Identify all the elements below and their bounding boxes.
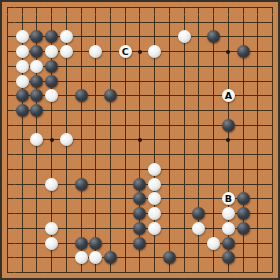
intersection-M4[interactable] xyxy=(162,221,177,236)
intersection-M6[interactable] xyxy=(162,192,177,207)
intersection-S14[interactable] xyxy=(251,74,266,89)
intersection-A14[interactable] xyxy=(0,74,15,89)
intersection-M10[interactable] xyxy=(162,133,177,148)
intersection-J7[interactable] xyxy=(118,177,133,192)
intersection-H4[interactable] xyxy=(103,221,118,236)
intersection-M9[interactable] xyxy=(162,147,177,162)
intersection-N6[interactable] xyxy=(177,192,192,207)
intersection-T5[interactable] xyxy=(265,206,280,221)
intersection-N19[interactable] xyxy=(177,0,192,15)
intersection-T2[interactable] xyxy=(265,251,280,266)
intersection-P5[interactable] xyxy=(206,206,221,221)
intersection-H13[interactable] xyxy=(103,88,118,103)
intersection-E2[interactable] xyxy=(59,251,74,266)
intersection-R2[interactable] xyxy=(236,251,251,266)
intersection-J9[interactable] xyxy=(118,147,133,162)
intersection-O2[interactable] xyxy=(192,251,207,266)
intersection-D2[interactable] xyxy=(44,251,59,266)
intersection-M3[interactable] xyxy=(162,236,177,251)
intersection-F5[interactable] xyxy=(74,206,89,221)
intersection-D12[interactable] xyxy=(44,103,59,118)
intersection-M1[interactable] xyxy=(162,265,177,280)
intersection-S18[interactable] xyxy=(251,15,266,30)
intersection-O19[interactable] xyxy=(192,0,207,15)
intersection-T18[interactable] xyxy=(265,15,280,30)
intersection-R10[interactable] xyxy=(236,133,251,148)
intersection-H7[interactable] xyxy=(103,177,118,192)
intersection-B11[interactable] xyxy=(15,118,30,133)
intersection-E7[interactable] xyxy=(59,177,74,192)
intersection-L3[interactable] xyxy=(147,236,162,251)
intersection-P10[interactable] xyxy=(206,133,221,148)
intersection-L5[interactable] xyxy=(147,206,162,221)
intersection-M7[interactable] xyxy=(162,177,177,192)
intersection-F19[interactable] xyxy=(74,0,89,15)
intersection-B18[interactable] xyxy=(15,15,30,30)
intersection-Q17[interactable] xyxy=(221,29,236,44)
intersection-E13[interactable] xyxy=(59,88,74,103)
intersection-Q3[interactable] xyxy=(221,236,236,251)
intersection-B3[interactable] xyxy=(15,236,30,251)
intersection-N7[interactable] xyxy=(177,177,192,192)
intersection-F10[interactable] xyxy=(74,133,89,148)
intersection-O5[interactable] xyxy=(192,206,207,221)
intersection-B15[interactable] xyxy=(15,59,30,74)
intersection-S2[interactable] xyxy=(251,251,266,266)
intersection-O10[interactable] xyxy=(192,133,207,148)
intersection-S6[interactable] xyxy=(251,192,266,207)
intersection-Q9[interactable] xyxy=(221,147,236,162)
intersection-S7[interactable] xyxy=(251,177,266,192)
intersection-G3[interactable] xyxy=(88,236,103,251)
intersection-J13[interactable] xyxy=(118,88,133,103)
intersection-R19[interactable] xyxy=(236,0,251,15)
intersection-F12[interactable] xyxy=(74,103,89,118)
intersection-F17[interactable] xyxy=(74,29,89,44)
intersection-N8[interactable] xyxy=(177,162,192,177)
intersection-A5[interactable] xyxy=(0,206,15,221)
intersection-F9[interactable] xyxy=(74,147,89,162)
intersection-R6[interactable] xyxy=(236,192,251,207)
intersection-C5[interactable] xyxy=(29,206,44,221)
intersection-G1[interactable] xyxy=(88,265,103,280)
intersection-T17[interactable] xyxy=(265,29,280,44)
intersection-P15[interactable] xyxy=(206,59,221,74)
intersection-K18[interactable] xyxy=(133,15,148,30)
intersection-R9[interactable] xyxy=(236,147,251,162)
intersection-P14[interactable] xyxy=(206,74,221,89)
intersection-O1[interactable] xyxy=(192,265,207,280)
intersection-H15[interactable] xyxy=(103,59,118,74)
intersection-E1[interactable] xyxy=(59,265,74,280)
intersection-R14[interactable] xyxy=(236,74,251,89)
intersection-P18[interactable] xyxy=(206,15,221,30)
intersection-T6[interactable] xyxy=(265,192,280,207)
intersection-R15[interactable] xyxy=(236,59,251,74)
intersection-Q1[interactable] xyxy=(221,265,236,280)
intersection-Q4[interactable] xyxy=(221,221,236,236)
intersection-Q14[interactable] xyxy=(221,74,236,89)
intersection-E9[interactable] xyxy=(59,147,74,162)
intersection-O11[interactable] xyxy=(192,118,207,133)
intersection-K14[interactable] xyxy=(133,74,148,89)
intersection-A19[interactable] xyxy=(0,0,15,15)
intersection-P1[interactable] xyxy=(206,265,221,280)
intersection-B7[interactable] xyxy=(15,177,30,192)
intersection-M12[interactable] xyxy=(162,103,177,118)
intersection-R17[interactable] xyxy=(236,29,251,44)
intersection-G2[interactable] xyxy=(88,251,103,266)
intersection-N1[interactable] xyxy=(177,265,192,280)
intersection-M8[interactable] xyxy=(162,162,177,177)
intersection-H17[interactable] xyxy=(103,29,118,44)
intersection-N16[interactable] xyxy=(177,44,192,59)
intersection-T1[interactable] xyxy=(265,265,280,280)
intersection-P12[interactable] xyxy=(206,103,221,118)
intersection-H10[interactable] xyxy=(103,133,118,148)
intersection-F3[interactable] xyxy=(74,236,89,251)
intersection-O8[interactable] xyxy=(192,162,207,177)
intersection-N18[interactable] xyxy=(177,15,192,30)
intersection-J8[interactable] xyxy=(118,162,133,177)
intersection-C13[interactable] xyxy=(29,88,44,103)
intersection-O18[interactable] xyxy=(192,15,207,30)
intersection-O16[interactable] xyxy=(192,44,207,59)
intersection-J10[interactable] xyxy=(118,133,133,148)
intersection-H6[interactable] xyxy=(103,192,118,207)
intersection-E5[interactable] xyxy=(59,206,74,221)
intersection-J6[interactable] xyxy=(118,192,133,207)
intersection-G10[interactable] xyxy=(88,133,103,148)
intersection-C2[interactable] xyxy=(29,251,44,266)
intersection-K7[interactable] xyxy=(133,177,148,192)
intersection-G14[interactable] xyxy=(88,74,103,89)
intersection-K15[interactable] xyxy=(133,59,148,74)
intersection-O17[interactable] xyxy=(192,29,207,44)
intersection-F2[interactable] xyxy=(74,251,89,266)
intersection-L17[interactable] xyxy=(147,29,162,44)
intersection-E4[interactable] xyxy=(59,221,74,236)
intersection-L14[interactable] xyxy=(147,74,162,89)
intersection-D3[interactable] xyxy=(44,236,59,251)
intersection-O3[interactable] xyxy=(192,236,207,251)
intersection-D19[interactable] xyxy=(44,0,59,15)
intersection-S3[interactable] xyxy=(251,236,266,251)
intersection-N12[interactable] xyxy=(177,103,192,118)
intersection-E6[interactable] xyxy=(59,192,74,207)
intersection-N5[interactable] xyxy=(177,206,192,221)
intersection-B8[interactable] xyxy=(15,162,30,177)
intersection-E15[interactable] xyxy=(59,59,74,74)
intersection-F8[interactable] xyxy=(74,162,89,177)
intersection-T11[interactable] xyxy=(265,118,280,133)
intersection-S19[interactable] xyxy=(251,0,266,15)
intersection-O14[interactable] xyxy=(192,74,207,89)
intersection-P11[interactable] xyxy=(206,118,221,133)
intersection-G5[interactable] xyxy=(88,206,103,221)
intersection-N13[interactable] xyxy=(177,88,192,103)
intersection-O9[interactable] xyxy=(192,147,207,162)
intersection-L1[interactable] xyxy=(147,265,162,280)
intersection-A16[interactable] xyxy=(0,44,15,59)
intersection-S8[interactable] xyxy=(251,162,266,177)
intersection-D6[interactable] xyxy=(44,192,59,207)
intersection-H14[interactable] xyxy=(103,74,118,89)
intersection-S13[interactable] xyxy=(251,88,266,103)
intersection-M5[interactable] xyxy=(162,206,177,221)
intersection-D9[interactable] xyxy=(44,147,59,162)
intersection-L8[interactable] xyxy=(147,162,162,177)
intersection-J2[interactable] xyxy=(118,251,133,266)
intersection-C3[interactable] xyxy=(29,236,44,251)
intersection-B17[interactable] xyxy=(15,29,30,44)
intersection-L9[interactable] xyxy=(147,147,162,162)
intersection-C12[interactable] xyxy=(29,103,44,118)
intersection-M11[interactable] xyxy=(162,118,177,133)
intersection-K3[interactable] xyxy=(133,236,148,251)
intersection-G19[interactable] xyxy=(88,0,103,15)
intersection-Q13[interactable]: A xyxy=(221,88,236,103)
intersection-H1[interactable] xyxy=(103,265,118,280)
intersection-T16[interactable] xyxy=(265,44,280,59)
intersection-A15[interactable] xyxy=(0,59,15,74)
intersection-Q16[interactable] xyxy=(221,44,236,59)
intersection-D8[interactable] xyxy=(44,162,59,177)
intersection-D15[interactable] xyxy=(44,59,59,74)
intersection-H2[interactable] xyxy=(103,251,118,266)
intersection-P2[interactable] xyxy=(206,251,221,266)
intersection-G16[interactable] xyxy=(88,44,103,59)
intersection-L19[interactable] xyxy=(147,0,162,15)
intersection-R16[interactable] xyxy=(236,44,251,59)
intersection-N11[interactable] xyxy=(177,118,192,133)
intersection-R1[interactable] xyxy=(236,265,251,280)
intersection-F4[interactable] xyxy=(74,221,89,236)
intersection-Q15[interactable] xyxy=(221,59,236,74)
intersection-F6[interactable] xyxy=(74,192,89,207)
intersection-G18[interactable] xyxy=(88,15,103,30)
intersection-K8[interactable] xyxy=(133,162,148,177)
intersection-E16[interactable] xyxy=(59,44,74,59)
intersection-A4[interactable] xyxy=(0,221,15,236)
intersection-G4[interactable] xyxy=(88,221,103,236)
intersection-K6[interactable] xyxy=(133,192,148,207)
intersection-C1[interactable] xyxy=(29,265,44,280)
intersection-D10[interactable] xyxy=(44,133,59,148)
intersection-N14[interactable] xyxy=(177,74,192,89)
intersection-D4[interactable] xyxy=(44,221,59,236)
intersection-G12[interactable] xyxy=(88,103,103,118)
intersection-A7[interactable] xyxy=(0,177,15,192)
intersection-J4[interactable] xyxy=(118,221,133,236)
intersection-L6[interactable] xyxy=(147,192,162,207)
intersection-K1[interactable] xyxy=(133,265,148,280)
intersection-P8[interactable] xyxy=(206,162,221,177)
intersection-S17[interactable] xyxy=(251,29,266,44)
intersection-K5[interactable] xyxy=(133,206,148,221)
intersection-Q6[interactable]: B xyxy=(221,192,236,207)
intersection-K10[interactable] xyxy=(133,133,148,148)
intersection-H3[interactable] xyxy=(103,236,118,251)
intersection-G6[interactable] xyxy=(88,192,103,207)
intersection-B16[interactable] xyxy=(15,44,30,59)
intersection-T7[interactable] xyxy=(265,177,280,192)
intersection-L18[interactable] xyxy=(147,15,162,30)
intersection-T19[interactable] xyxy=(265,0,280,15)
intersection-C11[interactable] xyxy=(29,118,44,133)
intersection-H9[interactable] xyxy=(103,147,118,162)
intersection-B14[interactable] xyxy=(15,74,30,89)
intersection-R7[interactable] xyxy=(236,177,251,192)
intersection-S9[interactable] xyxy=(251,147,266,162)
intersection-L16[interactable] xyxy=(147,44,162,59)
intersection-E18[interactable] xyxy=(59,15,74,30)
intersection-A2[interactable] xyxy=(0,251,15,266)
intersection-N15[interactable] xyxy=(177,59,192,74)
intersection-C18[interactable] xyxy=(29,15,44,30)
intersection-J15[interactable] xyxy=(118,59,133,74)
intersection-G13[interactable] xyxy=(88,88,103,103)
intersection-R11[interactable] xyxy=(236,118,251,133)
intersection-P16[interactable] xyxy=(206,44,221,59)
intersection-S16[interactable] xyxy=(251,44,266,59)
intersection-T12[interactable] xyxy=(265,103,280,118)
intersection-J18[interactable] xyxy=(118,15,133,30)
intersection-S11[interactable] xyxy=(251,118,266,133)
intersection-C16[interactable] xyxy=(29,44,44,59)
intersection-G9[interactable] xyxy=(88,147,103,162)
intersection-E10[interactable] xyxy=(59,133,74,148)
intersection-T10[interactable] xyxy=(265,133,280,148)
intersection-C17[interactable] xyxy=(29,29,44,44)
intersection-O7[interactable] xyxy=(192,177,207,192)
intersection-T9[interactable] xyxy=(265,147,280,162)
intersection-F16[interactable] xyxy=(74,44,89,59)
intersection-P4[interactable] xyxy=(206,221,221,236)
intersection-B12[interactable] xyxy=(15,103,30,118)
intersection-J1[interactable] xyxy=(118,265,133,280)
intersection-C15[interactable] xyxy=(29,59,44,74)
intersection-K4[interactable] xyxy=(133,221,148,236)
intersection-H11[interactable] xyxy=(103,118,118,133)
intersection-L7[interactable] xyxy=(147,177,162,192)
intersection-B1[interactable] xyxy=(15,265,30,280)
intersection-A9[interactable] xyxy=(0,147,15,162)
intersection-M16[interactable] xyxy=(162,44,177,59)
intersection-O4[interactable] xyxy=(192,221,207,236)
intersection-L13[interactable] xyxy=(147,88,162,103)
intersection-K2[interactable] xyxy=(133,251,148,266)
intersection-C4[interactable] xyxy=(29,221,44,236)
intersection-T8[interactable] xyxy=(265,162,280,177)
intersection-G11[interactable] xyxy=(88,118,103,133)
intersection-L2[interactable] xyxy=(147,251,162,266)
intersection-E8[interactable] xyxy=(59,162,74,177)
intersection-L10[interactable] xyxy=(147,133,162,148)
intersection-G17[interactable] xyxy=(88,29,103,44)
intersection-T15[interactable] xyxy=(265,59,280,74)
intersection-Q12[interactable] xyxy=(221,103,236,118)
intersection-P6[interactable] xyxy=(206,192,221,207)
intersection-K13[interactable] xyxy=(133,88,148,103)
intersection-E11[interactable] xyxy=(59,118,74,133)
intersection-M19[interactable] xyxy=(162,0,177,15)
intersection-J3[interactable] xyxy=(118,236,133,251)
intersection-C14[interactable] xyxy=(29,74,44,89)
intersection-A8[interactable] xyxy=(0,162,15,177)
intersection-L12[interactable] xyxy=(147,103,162,118)
intersection-O15[interactable] xyxy=(192,59,207,74)
intersection-E3[interactable] xyxy=(59,236,74,251)
intersection-A3[interactable] xyxy=(0,236,15,251)
intersection-H8[interactable] xyxy=(103,162,118,177)
intersection-R3[interactable] xyxy=(236,236,251,251)
intersection-M15[interactable] xyxy=(162,59,177,74)
intersection-G7[interactable] xyxy=(88,177,103,192)
intersection-F14[interactable] xyxy=(74,74,89,89)
intersection-A11[interactable] xyxy=(0,118,15,133)
intersection-C7[interactable] xyxy=(29,177,44,192)
intersection-N9[interactable] xyxy=(177,147,192,162)
intersection-P19[interactable] xyxy=(206,0,221,15)
intersection-M13[interactable] xyxy=(162,88,177,103)
intersection-R12[interactable] xyxy=(236,103,251,118)
intersection-D1[interactable] xyxy=(44,265,59,280)
intersection-Q18[interactable] xyxy=(221,15,236,30)
intersection-B5[interactable] xyxy=(15,206,30,221)
intersection-L4[interactable] xyxy=(147,221,162,236)
intersection-D16[interactable] xyxy=(44,44,59,59)
intersection-J5[interactable] xyxy=(118,206,133,221)
intersection-K16[interactable] xyxy=(133,44,148,59)
intersection-F7[interactable] xyxy=(74,177,89,192)
intersection-E17[interactable] xyxy=(59,29,74,44)
intersection-Q10[interactable] xyxy=(221,133,236,148)
intersection-J11[interactable] xyxy=(118,118,133,133)
intersection-S10[interactable] xyxy=(251,133,266,148)
intersection-N3[interactable] xyxy=(177,236,192,251)
intersection-S15[interactable] xyxy=(251,59,266,74)
intersection-F18[interactable] xyxy=(74,15,89,30)
intersection-M2[interactable] xyxy=(162,251,177,266)
intersection-C10[interactable] xyxy=(29,133,44,148)
intersection-A13[interactable] xyxy=(0,88,15,103)
intersection-Q2[interactable] xyxy=(221,251,236,266)
intersection-P17[interactable] xyxy=(206,29,221,44)
intersection-J12[interactable] xyxy=(118,103,133,118)
intersection-P9[interactable] xyxy=(206,147,221,162)
intersection-M17[interactable] xyxy=(162,29,177,44)
intersection-Q7[interactable] xyxy=(221,177,236,192)
intersection-L11[interactable] xyxy=(147,118,162,133)
intersection-K9[interactable] xyxy=(133,147,148,162)
intersection-T4[interactable] xyxy=(265,221,280,236)
intersection-G8[interactable] xyxy=(88,162,103,177)
intersection-M14[interactable] xyxy=(162,74,177,89)
intersection-N2[interactable] xyxy=(177,251,192,266)
intersection-B9[interactable] xyxy=(15,147,30,162)
intersection-R13[interactable] xyxy=(236,88,251,103)
intersection-K19[interactable] xyxy=(133,0,148,15)
intersection-C6[interactable] xyxy=(29,192,44,207)
intersection-Q8[interactable] xyxy=(221,162,236,177)
intersection-P3[interactable] xyxy=(206,236,221,251)
intersection-Q19[interactable] xyxy=(221,0,236,15)
intersection-H16[interactable] xyxy=(103,44,118,59)
intersection-D18[interactable] xyxy=(44,15,59,30)
intersection-S4[interactable] xyxy=(251,221,266,236)
intersection-J16[interactable]: C xyxy=(118,44,133,59)
